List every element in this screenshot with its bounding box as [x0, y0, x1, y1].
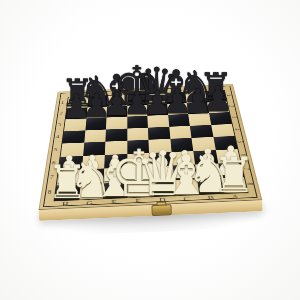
square [80, 168, 104, 184]
square [85, 118, 106, 131]
square [105, 141, 127, 155]
square [168, 114, 190, 127]
square [106, 117, 127, 130]
square [147, 104, 168, 116]
square [62, 130, 85, 143]
square [174, 179, 199, 195]
square [104, 167, 127, 183]
square [191, 137, 215, 151]
square [83, 142, 106, 156]
square [149, 152, 172, 167]
rank-label: 5 [228, 138, 251, 145]
square [172, 165, 197, 180]
square [127, 140, 149, 154]
chess-board: 12345678 12345678 HGFEDCBA HGFEDCBA [39, 84, 263, 210]
file-label: B [184, 86, 204, 91]
square [150, 166, 174, 182]
product-photo: 12345678 12345678 HGFEDCBA HGFEDCBA ♜♞♝♚… [0, 0, 300, 300]
clasp-plate [151, 204, 171, 216]
rank-label: 3 [223, 114, 245, 120]
square [187, 102, 209, 114]
file-label: E [126, 89, 145, 94]
rank-label: 2 [56, 108, 67, 120]
square [148, 127, 170, 140]
square [79, 183, 104, 200]
square [197, 178, 223, 194]
rank-label: 4 [226, 126, 249, 132]
square [193, 150, 218, 165]
rank-label: 5 [50, 143, 62, 157]
rank-label: 4 [52, 131, 63, 144]
rank-label: 1 [57, 97, 67, 108]
square [61, 143, 84, 157]
square [104, 154, 127, 169]
rank-label: 7 [234, 165, 259, 172]
file-label: A [203, 85, 223, 90]
file-label: F [107, 89, 126, 94]
square [148, 139, 171, 153]
square [59, 156, 83, 171]
square [188, 113, 211, 126]
square [127, 105, 147, 117]
rank-label: 6 [48, 156, 60, 170]
square [150, 180, 175, 196]
square [190, 125, 213, 138]
square [64, 118, 86, 131]
file-label: D [145, 88, 165, 93]
square [195, 164, 220, 179]
rank-label: 2 [221, 103, 242, 109]
rank-label: 3 [54, 119, 65, 131]
square [167, 103, 188, 115]
board-rotation-wrapper: 12345678 12345678 HGFEDCBA HGFEDCBA [0, 0, 300, 300]
square [127, 127, 149, 140]
file-label: H [68, 91, 88, 96]
square [170, 138, 193, 152]
square [103, 182, 127, 198]
square [84, 129, 106, 142]
square [57, 169, 82, 185]
rank-label: 8 [237, 180, 262, 188]
rank-label: 7 [45, 170, 57, 185]
board-grid [54, 90, 249, 201]
square [147, 115, 168, 128]
square [127, 153, 150, 168]
square [105, 128, 127, 141]
rank-label: 1 [218, 92, 239, 98]
rank-label: 6 [231, 151, 255, 158]
square [81, 155, 104, 170]
square [127, 116, 148, 129]
square [127, 181, 151, 197]
square [171, 151, 195, 166]
square [169, 126, 192, 139]
square [106, 105, 126, 117]
square [55, 184, 80, 201]
file-label: C [165, 87, 185, 92]
file-label: G [87, 90, 107, 95]
square [127, 167, 150, 183]
brass-clasp [148, 202, 173, 218]
rank-label: 8 [43, 185, 56, 201]
